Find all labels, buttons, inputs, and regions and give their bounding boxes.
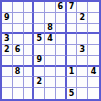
cell-r6c4-given-9[interactable]: 9 bbox=[34, 56, 45, 67]
cell-r1c8-empty[interactable] bbox=[77, 2, 88, 13]
cell-r4c8-empty[interactable] bbox=[77, 34, 88, 45]
cell-r9c3-empty[interactable] bbox=[24, 88, 35, 99]
cell-r1c6-given-6[interactable]: 6 bbox=[56, 2, 67, 13]
cell-r6c5-empty[interactable] bbox=[45, 56, 56, 67]
cell-r5c2-given-6[interactable]: 6 bbox=[13, 45, 24, 56]
cell-r4c7-empty[interactable] bbox=[67, 34, 78, 45]
cell-r1c3-empty[interactable] bbox=[24, 2, 35, 13]
cell-r1c4-empty[interactable] bbox=[34, 2, 45, 13]
cell-r1c5-empty[interactable] bbox=[45, 2, 56, 13]
cell-r3c2-empty[interactable] bbox=[13, 24, 24, 35]
cell-r8c6-empty[interactable] bbox=[56, 77, 67, 88]
cell-r2c4-empty[interactable] bbox=[34, 13, 45, 24]
cell-r7c9-given-4[interactable]: 4 bbox=[88, 67, 99, 78]
cell-r8c5-empty[interactable] bbox=[45, 77, 56, 88]
cell-r3c9-empty[interactable] bbox=[88, 24, 99, 35]
cell-r7c5-empty[interactable] bbox=[45, 67, 56, 78]
cell-r4c1-given-3[interactable]: 3 bbox=[2, 34, 13, 45]
cell-r7c4-empty[interactable] bbox=[34, 67, 45, 78]
cell-r9c9-given-undefined[interactable] bbox=[88, 88, 99, 99]
cell-r5c5-empty[interactable] bbox=[45, 45, 56, 56]
cell-r8c2-empty[interactable] bbox=[13, 77, 24, 88]
cell-r7c6-empty[interactable] bbox=[56, 67, 67, 78]
cell-r6c8-empty[interactable] bbox=[77, 56, 88, 67]
sudoku-board: 67928354263981425 bbox=[0, 0, 101, 101]
cell-r3c8-empty[interactable] bbox=[77, 24, 88, 35]
cell-r7c3-empty[interactable] bbox=[24, 67, 35, 78]
cell-r5c3-empty[interactable] bbox=[24, 45, 35, 56]
cell-r7c8-empty[interactable] bbox=[77, 67, 88, 78]
cell-r9c6-empty[interactable] bbox=[56, 88, 67, 99]
cell-r6c3-empty[interactable] bbox=[24, 56, 35, 67]
cell-r4c6-empty[interactable] bbox=[56, 34, 67, 45]
cell-r2c1-given-9[interactable]: 9 bbox=[2, 13, 13, 24]
cell-r9c5-empty[interactable] bbox=[45, 88, 56, 99]
cell-r6c7-empty[interactable] bbox=[67, 56, 78, 67]
cell-r5c6-empty[interactable] bbox=[56, 45, 67, 56]
cell-r5c4-empty[interactable] bbox=[34, 45, 45, 56]
cell-r8c3-empty[interactable] bbox=[24, 77, 35, 88]
cell-r3c3-empty[interactable] bbox=[24, 24, 35, 35]
cell-r5c7-empty[interactable] bbox=[67, 45, 78, 56]
cell-r4c9-empty[interactable] bbox=[88, 34, 99, 45]
cell-r8c1-empty[interactable] bbox=[2, 77, 13, 88]
cell-r9c1-empty[interactable] bbox=[2, 88, 13, 99]
cell-r6c1-empty[interactable] bbox=[2, 56, 13, 67]
cell-r4c3-empty[interactable] bbox=[24, 34, 35, 45]
cell-r4c5-given-4[interactable]: 4 bbox=[45, 34, 56, 45]
cell-r5c8-given-3[interactable]: 3 bbox=[77, 45, 88, 56]
cell-r6c6-empty[interactable] bbox=[56, 56, 67, 67]
cell-r6c2-empty[interactable] bbox=[13, 56, 24, 67]
cell-r6c9-empty[interactable] bbox=[88, 56, 99, 67]
cell-r9c7-given-5[interactable]: 5 bbox=[67, 88, 78, 99]
cell-r7c1-empty[interactable] bbox=[2, 67, 13, 78]
cell-r9c2-empty[interactable] bbox=[13, 88, 24, 99]
cell-r2c9-empty[interactable] bbox=[88, 13, 99, 24]
cell-r8c7-empty[interactable] bbox=[67, 77, 78, 88]
cell-r2c3-empty[interactable] bbox=[24, 13, 35, 24]
cell-r8c4-given-2[interactable]: 2 bbox=[34, 77, 45, 88]
cell-r9c4-empty[interactable] bbox=[34, 88, 45, 99]
cell-r5c1-given-2[interactable]: 2 bbox=[2, 45, 13, 56]
cell-r2c6-empty[interactable] bbox=[56, 13, 67, 24]
cell-r4c2-empty[interactable] bbox=[13, 34, 24, 45]
cell-r7c7-given-1[interactable]: 1 bbox=[67, 67, 78, 78]
cell-r1c1-empty[interactable] bbox=[2, 2, 13, 13]
cell-r1c9-empty[interactable] bbox=[88, 2, 99, 13]
cell-r2c2-empty[interactable] bbox=[13, 13, 24, 24]
cell-r9c8-given-undefined[interactable] bbox=[77, 88, 88, 99]
cell-r4c4-given-5[interactable]: 5 bbox=[34, 34, 45, 45]
cell-r2c7-empty[interactable] bbox=[67, 13, 78, 24]
cell-r2c5-empty[interactable] bbox=[45, 13, 56, 24]
cell-r3c7-empty[interactable] bbox=[67, 24, 78, 35]
cell-r1c2-empty[interactable] bbox=[13, 2, 24, 13]
cell-r3c4-empty[interactable] bbox=[34, 24, 45, 35]
cell-r8c8-empty[interactable] bbox=[77, 77, 88, 88]
cell-r3c5-given-8[interactable]: 8 bbox=[45, 24, 56, 35]
cell-r3c6-empty[interactable] bbox=[56, 24, 67, 35]
cell-r3c1-empty[interactable] bbox=[2, 24, 13, 35]
cell-r8c9-empty[interactable] bbox=[88, 77, 99, 88]
cell-r7c2-given-8[interactable]: 8 bbox=[13, 67, 24, 78]
cell-r5c9-empty[interactable] bbox=[88, 45, 99, 56]
cell-r2c8-given-2[interactable]: 2 bbox=[77, 13, 88, 24]
cell-r1c7-given-7[interactable]: 7 bbox=[67, 2, 78, 13]
